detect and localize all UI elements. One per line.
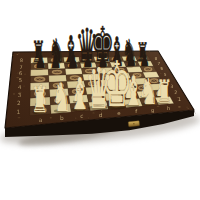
piece-white-bishop-c1: ♝ bbox=[69, 68, 90, 119]
piece-white-rook-a1: ♜ bbox=[31, 79, 48, 121]
chess-set-photo: a88b77c66d55e44f33g22h11♜♞♝♚♛♝♞♜♟♟♟♟♟♟♟♟… bbox=[0, 0, 200, 200]
piece-white-rook-h1: ♜ bbox=[157, 73, 173, 110]
piece-black-pawn-b7: ♟ bbox=[50, 47, 61, 73]
piece-black-pawn-a7: ♟ bbox=[35, 47, 46, 73]
photo-canvas: a88b77c66d55e44f33g22h11♜♞♝♚♛♝♞♜♟♟♟♟♟♟♟♟… bbox=[0, 0, 200, 200]
piece-white-knight-b1: ♞ bbox=[52, 73, 72, 120]
brass-hinge bbox=[128, 121, 139, 127]
